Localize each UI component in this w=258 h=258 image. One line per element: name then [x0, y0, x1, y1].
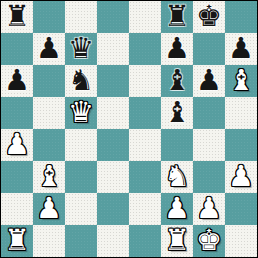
piece-black-pawn[interactable]: ♟	[164, 32, 190, 64]
square-g3[interactable]	[193, 161, 225, 193]
square-d5[interactable]	[97, 97, 129, 129]
square-d1[interactable]	[97, 225, 129, 257]
square-a8[interactable]: ♜	[1, 1, 33, 33]
piece-white-pawn[interactable]: ♟	[196, 192, 222, 224]
square-b6[interactable]	[33, 65, 65, 97]
square-h1[interactable]	[225, 225, 257, 257]
square-a4[interactable]: ♟	[1, 129, 33, 161]
square-g6[interactable]: ♟	[193, 65, 225, 97]
square-h8[interactable]	[225, 1, 257, 33]
square-h6[interactable]: ♝	[225, 65, 257, 97]
piece-black-rook[interactable]: ♜	[164, 0, 190, 32]
piece-white-bishop[interactable]: ♝	[228, 64, 254, 96]
piece-black-bishop[interactable]: ♝	[164, 64, 190, 96]
square-e5[interactable]	[129, 97, 161, 129]
square-a3[interactable]	[1, 161, 33, 193]
square-g8[interactable]: ♚	[193, 1, 225, 33]
square-e7[interactable]	[129, 33, 161, 65]
square-g2[interactable]: ♟	[193, 193, 225, 225]
square-c3[interactable]	[65, 161, 97, 193]
square-h7[interactable]: ♟	[225, 33, 257, 65]
square-f8[interactable]: ♜	[161, 1, 193, 33]
square-d8[interactable]	[97, 1, 129, 33]
piece-white-king[interactable]: ♚	[196, 224, 222, 256]
square-c7[interactable]: ♛	[65, 33, 97, 65]
square-h2[interactable]	[225, 193, 257, 225]
square-f7[interactable]: ♟	[161, 33, 193, 65]
square-a7[interactable]	[1, 33, 33, 65]
square-d7[interactable]	[97, 33, 129, 65]
square-c8[interactable]	[65, 1, 97, 33]
piece-white-knight[interactable]: ♞	[164, 160, 190, 192]
square-e2[interactable]	[129, 193, 161, 225]
square-c4[interactable]	[65, 129, 97, 161]
square-a2[interactable]	[1, 193, 33, 225]
square-f5[interactable]: ♝	[161, 97, 193, 129]
square-a6[interactable]: ♟	[1, 65, 33, 97]
piece-black-king[interactable]: ♚	[196, 0, 222, 32]
square-e6[interactable]	[129, 65, 161, 97]
square-e4[interactable]	[129, 129, 161, 161]
square-g5[interactable]	[193, 97, 225, 129]
square-c2[interactable]	[65, 193, 97, 225]
square-d3[interactable]	[97, 161, 129, 193]
piece-white-pawn[interactable]: ♟	[228, 160, 254, 192]
square-e1[interactable]	[129, 225, 161, 257]
square-b4[interactable]	[33, 129, 65, 161]
piece-white-pawn[interactable]: ♟	[36, 192, 62, 224]
square-f1[interactable]: ♜	[161, 225, 193, 257]
square-c5[interactable]: ♛	[65, 97, 97, 129]
piece-white-rook[interactable]: ♜	[4, 224, 30, 256]
piece-black-pawn[interactable]: ♟	[196, 64, 222, 96]
piece-white-queen[interactable]: ♛	[68, 96, 94, 128]
piece-white-rook[interactable]: ♜	[164, 224, 190, 256]
piece-black-knight[interactable]: ♞	[68, 64, 94, 96]
square-b2[interactable]: ♟	[33, 193, 65, 225]
piece-black-bishop[interactable]: ♝	[164, 96, 190, 128]
square-g1[interactable]: ♚	[193, 225, 225, 257]
square-d4[interactable]	[97, 129, 129, 161]
square-g4[interactable]	[193, 129, 225, 161]
square-b8[interactable]	[33, 1, 65, 33]
square-c6[interactable]: ♞	[65, 65, 97, 97]
square-g7[interactable]	[193, 33, 225, 65]
piece-black-pawn[interactable]: ♟	[4, 64, 30, 96]
square-a5[interactable]	[1, 97, 33, 129]
piece-white-pawn[interactable]: ♟	[164, 192, 190, 224]
square-d2[interactable]	[97, 193, 129, 225]
square-f4[interactable]	[161, 129, 193, 161]
piece-white-bishop[interactable]: ♝	[36, 160, 62, 192]
square-a1[interactable]: ♜	[1, 225, 33, 257]
square-f6[interactable]: ♝	[161, 65, 193, 97]
square-b7[interactable]: ♟	[33, 33, 65, 65]
square-b5[interactable]	[33, 97, 65, 129]
square-h4[interactable]	[225, 129, 257, 161]
piece-black-queen[interactable]: ♛	[68, 32, 94, 64]
square-c1[interactable]	[65, 225, 97, 257]
square-e3[interactable]	[129, 161, 161, 193]
piece-black-pawn[interactable]: ♟	[228, 32, 254, 64]
square-h5[interactable]	[225, 97, 257, 129]
square-h3[interactable]: ♟	[225, 161, 257, 193]
piece-white-pawn[interactable]: ♟	[4, 128, 30, 160]
square-f3[interactable]: ♞	[161, 161, 193, 193]
square-b1[interactable]	[33, 225, 65, 257]
square-f2[interactable]: ♟	[161, 193, 193, 225]
piece-black-rook[interactable]: ♜	[4, 0, 30, 32]
piece-black-pawn[interactable]: ♟	[36, 32, 62, 64]
square-d6[interactable]	[97, 65, 129, 97]
square-e8[interactable]	[129, 1, 161, 33]
square-b3[interactable]: ♝	[33, 161, 65, 193]
chess-board: ♜♜♚♟♛♟♟♟♞♝♟♝♛♝♟♝♞♟♟♟♟♜♜♚	[0, 0, 258, 258]
